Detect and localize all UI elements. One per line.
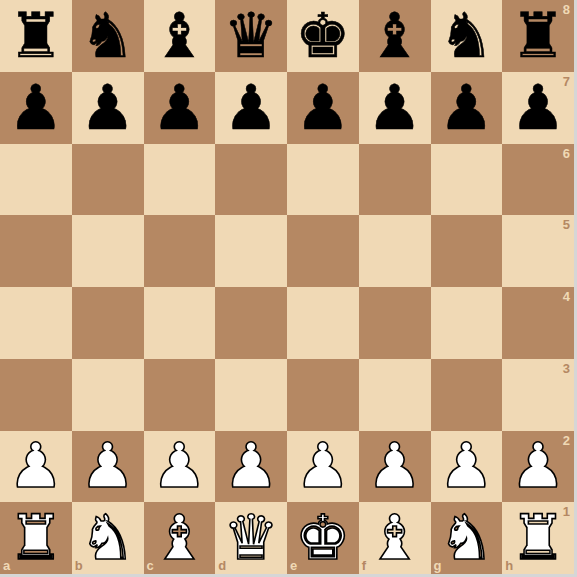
square-c5[interactable] (144, 215, 216, 287)
square-b4[interactable] (72, 287, 144, 359)
square-d5[interactable] (215, 215, 287, 287)
square-b7[interactable]: ♟ (72, 72, 144, 144)
square-f7[interactable]: ♟ (359, 72, 431, 144)
square-g1[interactable]: ♞g (431, 502, 503, 574)
square-c1[interactable]: ♝c (144, 502, 216, 574)
square-h7[interactable]: ♟7 (502, 72, 574, 144)
square-a4[interactable] (0, 287, 72, 359)
square-g4[interactable] (431, 287, 503, 359)
white-pawn[interactable]: ♟ (80, 435, 136, 497)
square-f6[interactable] (359, 144, 431, 216)
white-bishop[interactable]: ♝ (152, 507, 208, 569)
white-pawn[interactable]: ♟ (367, 435, 423, 497)
square-h2[interactable]: ♟2 (502, 431, 574, 503)
white-queen[interactable]: ♛ (223, 507, 279, 569)
square-e6[interactable] (287, 144, 359, 216)
black-pawn[interactable]: ♟ (295, 77, 351, 139)
square-b3[interactable] (72, 359, 144, 431)
rank-label-5: 5 (563, 218, 570, 231)
square-f4[interactable] (359, 287, 431, 359)
square-c4[interactable] (144, 287, 216, 359)
square-h3[interactable]: 3 (502, 359, 574, 431)
square-d2[interactable]: ♟ (215, 431, 287, 503)
square-a6[interactable] (0, 144, 72, 216)
square-c3[interactable] (144, 359, 216, 431)
white-rook[interactable]: ♜ (510, 507, 566, 569)
square-f5[interactable] (359, 215, 431, 287)
white-king[interactable]: ♚ (295, 507, 351, 569)
square-d4[interactable] (215, 287, 287, 359)
square-c7[interactable]: ♟ (144, 72, 216, 144)
black-bishop[interactable]: ♝ (367, 5, 423, 67)
square-e2[interactable]: ♟ (287, 431, 359, 503)
square-h6[interactable]: 6 (502, 144, 574, 216)
black-pawn[interactable]: ♟ (152, 77, 208, 139)
square-a8[interactable]: ♜ (0, 0, 72, 72)
white-knight[interactable]: ♞ (80, 507, 136, 569)
white-pawn[interactable]: ♟ (439, 435, 495, 497)
square-b8[interactable]: ♞ (72, 0, 144, 72)
square-d1[interactable]: ♛d (215, 502, 287, 574)
square-e3[interactable] (287, 359, 359, 431)
black-rook[interactable]: ♜ (8, 5, 64, 67)
square-b2[interactable]: ♟ (72, 431, 144, 503)
white-knight[interactable]: ♞ (439, 507, 495, 569)
square-d6[interactable] (215, 144, 287, 216)
square-g3[interactable] (431, 359, 503, 431)
black-king[interactable]: ♚ (295, 5, 351, 67)
square-a3[interactable] (0, 359, 72, 431)
square-f1[interactable]: ♝f (359, 502, 431, 574)
square-e8[interactable]: ♚ (287, 0, 359, 72)
square-h4[interactable]: 4 (502, 287, 574, 359)
rank-label-4: 4 (563, 290, 570, 303)
square-c6[interactable] (144, 144, 216, 216)
square-h8[interactable]: ♜8 (502, 0, 574, 72)
square-c8[interactable]: ♝ (144, 0, 216, 72)
square-h5[interactable]: 5 (502, 215, 574, 287)
square-g6[interactable] (431, 144, 503, 216)
black-pawn[interactable]: ♟ (80, 77, 136, 139)
square-a5[interactable] (0, 215, 72, 287)
square-h1[interactable]: ♜1h (502, 502, 574, 574)
square-c2[interactable]: ♟ (144, 431, 216, 503)
black-pawn[interactable]: ♟ (8, 77, 64, 139)
black-knight[interactable]: ♞ (80, 5, 136, 67)
square-b1[interactable]: ♞b (72, 502, 144, 574)
square-a7[interactable]: ♟ (0, 72, 72, 144)
square-d7[interactable]: ♟ (215, 72, 287, 144)
square-d3[interactable] (215, 359, 287, 431)
square-b6[interactable] (72, 144, 144, 216)
chess-board: ♜♞♝♛♚♝♞♜8♟♟♟♟♟♟♟♟76543♟♟♟♟♟♟♟♟2♜a♞b♝c♛d♚… (0, 0, 574, 574)
square-e5[interactable] (287, 215, 359, 287)
black-knight[interactable]: ♞ (439, 5, 495, 67)
square-f3[interactable] (359, 359, 431, 431)
rank-label-6: 6 (563, 147, 570, 160)
black-queen[interactable]: ♛ (223, 5, 279, 67)
black-pawn[interactable]: ♟ (439, 77, 495, 139)
square-a1[interactable]: ♜a (0, 502, 72, 574)
square-e4[interactable] (287, 287, 359, 359)
square-e1[interactable]: ♚e (287, 502, 359, 574)
black-rook[interactable]: ♜ (510, 5, 566, 67)
square-a2[interactable]: ♟ (0, 431, 72, 503)
black-pawn[interactable]: ♟ (223, 77, 279, 139)
black-bishop[interactable]: ♝ (152, 5, 208, 67)
white-bishop[interactable]: ♝ (367, 507, 423, 569)
white-rook[interactable]: ♜ (8, 507, 64, 569)
square-d8[interactable]: ♛ (215, 0, 287, 72)
square-g8[interactable]: ♞ (431, 0, 503, 72)
white-pawn[interactable]: ♟ (8, 435, 64, 497)
black-pawn[interactable]: ♟ (510, 77, 566, 139)
square-e7[interactable]: ♟ (287, 72, 359, 144)
white-pawn[interactable]: ♟ (295, 435, 351, 497)
rank-label-3: 3 (563, 362, 570, 375)
white-pawn[interactable]: ♟ (152, 435, 208, 497)
square-f8[interactable]: ♝ (359, 0, 431, 72)
square-b5[interactable] (72, 215, 144, 287)
square-g7[interactable]: ♟ (431, 72, 503, 144)
white-pawn[interactable]: ♟ (510, 435, 566, 497)
black-pawn[interactable]: ♟ (367, 77, 423, 139)
square-g2[interactable]: ♟ (431, 431, 503, 503)
square-g5[interactable] (431, 215, 503, 287)
white-pawn[interactable]: ♟ (223, 435, 279, 497)
file-label-f: f (362, 559, 366, 572)
square-f2[interactable]: ♟ (359, 431, 431, 503)
